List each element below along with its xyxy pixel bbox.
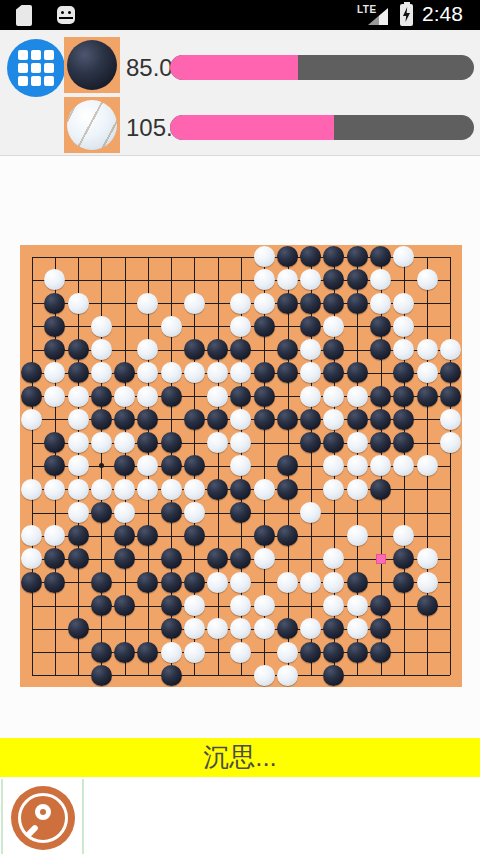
black-stone xyxy=(277,246,298,267)
white-stone xyxy=(68,502,89,523)
white-stone xyxy=(184,502,205,523)
black-stone xyxy=(184,409,205,430)
black-stone xyxy=(91,409,112,430)
black-stone xyxy=(347,362,368,383)
white-stone xyxy=(393,293,414,314)
black-stone xyxy=(393,432,414,453)
black-stone xyxy=(161,502,182,523)
black-stone xyxy=(91,572,112,593)
black-stone xyxy=(91,502,112,523)
black-stone xyxy=(323,246,344,267)
black-stone xyxy=(370,386,391,407)
white-stone xyxy=(44,269,65,290)
engine-status-text: 沉思... xyxy=(203,740,277,775)
white-stone xyxy=(323,409,344,430)
white-stone xyxy=(254,269,275,290)
white-stone xyxy=(393,339,414,360)
white-stone xyxy=(300,618,321,639)
white-stone xyxy=(417,572,438,593)
white-stone xyxy=(323,572,344,593)
white-stone xyxy=(230,432,251,453)
black-stone xyxy=(440,386,461,407)
menu-grid-button[interactable] xyxy=(7,39,65,97)
black-stone xyxy=(277,362,298,383)
white-stone xyxy=(347,432,368,453)
white-stone xyxy=(254,665,275,686)
black-stone xyxy=(207,479,228,500)
white-stone xyxy=(230,618,251,639)
black-stone xyxy=(347,269,368,290)
black-stone xyxy=(277,455,298,476)
black-stone xyxy=(68,339,89,360)
white-stone xyxy=(347,479,368,500)
black-stone xyxy=(417,595,438,616)
black-stone xyxy=(323,432,344,453)
white-stone xyxy=(91,479,112,500)
white-stone xyxy=(137,293,158,314)
white-stone xyxy=(114,502,135,523)
black-stone xyxy=(300,432,321,453)
black-stone xyxy=(68,362,89,383)
network-type-label: LTE xyxy=(357,4,377,15)
search-icon xyxy=(11,786,75,850)
white-stone xyxy=(393,525,414,546)
black-stone xyxy=(44,293,65,314)
black-stone xyxy=(323,665,344,686)
black-stone xyxy=(137,572,158,593)
last-move-marker xyxy=(376,554,386,564)
white-stone xyxy=(370,269,391,290)
white-stone xyxy=(161,479,182,500)
white-stone xyxy=(230,293,251,314)
black-stone xyxy=(370,246,391,267)
black-stone xyxy=(323,362,344,383)
white-stone xyxy=(323,479,344,500)
black-stone xyxy=(68,525,89,546)
black-stone xyxy=(230,386,251,407)
white-stone xyxy=(207,432,228,453)
black-stone xyxy=(393,409,414,430)
white-stone xyxy=(91,432,112,453)
black-stone xyxy=(323,269,344,290)
black-stone xyxy=(114,548,135,569)
white-stone xyxy=(393,316,414,337)
black-stone xyxy=(207,548,228,569)
black-stone xyxy=(137,642,158,663)
white-stone xyxy=(230,595,251,616)
white-stone xyxy=(91,362,112,383)
black-progress-bar xyxy=(170,55,474,80)
black-stone xyxy=(370,595,391,616)
white-stone xyxy=(323,595,344,616)
black-stone xyxy=(137,432,158,453)
black-stone xyxy=(44,339,65,360)
black-stone xyxy=(137,409,158,430)
white-stone xyxy=(300,572,321,593)
black-stone xyxy=(230,548,251,569)
black-stone xyxy=(161,595,182,616)
white-stone xyxy=(277,572,298,593)
white-stone xyxy=(370,455,391,476)
black-progress-fill xyxy=(170,55,298,80)
white-stone xyxy=(230,455,251,476)
black-stone xyxy=(277,479,298,500)
black-stone xyxy=(44,572,65,593)
black-stone xyxy=(370,618,391,639)
black-stone xyxy=(254,525,275,546)
black-stone xyxy=(393,362,414,383)
white-stone xyxy=(347,455,368,476)
black-stone xyxy=(347,409,368,430)
white-stone xyxy=(254,479,275,500)
white-stone xyxy=(254,595,275,616)
black-stone xyxy=(300,246,321,267)
black-stone xyxy=(184,572,205,593)
white-stone xyxy=(68,455,89,476)
black-stone xyxy=(323,293,344,314)
go-board[interactable] xyxy=(20,245,462,687)
white-stone xyxy=(68,386,89,407)
search-button[interactable] xyxy=(1,779,84,854)
black-stone xyxy=(370,339,391,360)
white-stone xyxy=(137,339,158,360)
white-stone xyxy=(277,665,298,686)
white-stone xyxy=(68,432,89,453)
black-stone xyxy=(114,362,135,383)
black-stone xyxy=(161,572,182,593)
black-stone xyxy=(91,595,112,616)
white-stone xyxy=(370,293,391,314)
black-stone xyxy=(68,618,89,639)
black-stone xyxy=(230,479,251,500)
black-stone xyxy=(91,642,112,663)
black-stone xyxy=(323,642,344,663)
black-stone xyxy=(300,293,321,314)
white-stone xyxy=(161,642,182,663)
white-stone xyxy=(347,386,368,407)
black-stone xyxy=(277,339,298,360)
white-stone xyxy=(44,362,65,383)
white-stone xyxy=(254,548,275,569)
board-grid-line xyxy=(450,257,451,676)
white-stone xyxy=(440,432,461,453)
white-stone xyxy=(161,362,182,383)
white-stone xyxy=(68,479,89,500)
black-stone xyxy=(323,618,344,639)
white-stone xyxy=(417,455,438,476)
black-stone xyxy=(300,409,321,430)
white-stone xyxy=(300,502,321,523)
white-stone xyxy=(323,548,344,569)
black-stone xyxy=(207,339,228,360)
black-stone xyxy=(114,642,135,663)
black-stone xyxy=(114,525,135,546)
white-stone xyxy=(21,548,42,569)
white-player-avatar[interactable] xyxy=(64,97,120,153)
black-stone xyxy=(44,455,65,476)
white-stone xyxy=(254,293,275,314)
black-stone xyxy=(300,642,321,663)
black-stone xyxy=(114,455,135,476)
black-stone xyxy=(347,293,368,314)
white-stone xyxy=(91,316,112,337)
black-stone xyxy=(44,316,65,337)
white-stone xyxy=(323,455,344,476)
white-stone xyxy=(68,293,89,314)
white-progress-fill xyxy=(170,115,334,140)
white-stone xyxy=(114,386,135,407)
white-stone xyxy=(230,316,251,337)
white-stone-avatar-image xyxy=(67,100,117,150)
white-stone xyxy=(300,269,321,290)
status-time: 2:48 xyxy=(422,2,463,26)
white-stone xyxy=(230,409,251,430)
black-stone xyxy=(114,409,135,430)
black-stone xyxy=(161,432,182,453)
black-stone xyxy=(370,642,391,663)
black-stone xyxy=(184,339,205,360)
white-stone xyxy=(207,386,228,407)
white-stone xyxy=(393,455,414,476)
white-stone xyxy=(417,548,438,569)
white-stone xyxy=(184,618,205,639)
black-stone xyxy=(277,525,298,546)
white-stone xyxy=(254,246,275,267)
white-stone xyxy=(184,642,205,663)
bottom-toolbar xyxy=(0,777,480,854)
white-stone xyxy=(114,432,135,453)
black-stone xyxy=(21,386,42,407)
white-stone xyxy=(230,572,251,593)
android-icon xyxy=(57,6,75,24)
black-stone xyxy=(254,362,275,383)
black-stone xyxy=(254,409,275,430)
white-stone xyxy=(21,479,42,500)
black-stone xyxy=(161,455,182,476)
white-stone xyxy=(184,479,205,500)
white-stone xyxy=(417,362,438,383)
white-stone xyxy=(323,316,344,337)
hoshi-point xyxy=(99,463,104,468)
white-stone xyxy=(44,525,65,546)
white-stone xyxy=(137,479,158,500)
black-stone xyxy=(21,572,42,593)
white-stone xyxy=(161,316,182,337)
app-screen: LTE 2:48 85.0 105.5 沉思... xyxy=(0,0,480,854)
black-stone xyxy=(161,665,182,686)
black-stone xyxy=(323,339,344,360)
black-stone xyxy=(91,665,112,686)
white-stone xyxy=(393,246,414,267)
white-stone xyxy=(21,525,42,546)
black-stone xyxy=(347,246,368,267)
black-stone xyxy=(184,525,205,546)
black-stone xyxy=(277,409,298,430)
white-stone xyxy=(184,293,205,314)
white-stone xyxy=(347,525,368,546)
black-stone xyxy=(161,618,182,639)
white-stone xyxy=(347,618,368,639)
white-stone xyxy=(277,269,298,290)
white-stone xyxy=(323,386,344,407)
white-stone xyxy=(230,642,251,663)
black-stone xyxy=(300,316,321,337)
sdcard-icon xyxy=(16,5,32,26)
black-stone xyxy=(370,479,391,500)
black-stone xyxy=(393,572,414,593)
black-stone xyxy=(440,362,461,383)
board-grid-line xyxy=(32,536,451,537)
black-stone xyxy=(393,548,414,569)
black-stone xyxy=(277,618,298,639)
white-stone xyxy=(68,409,89,430)
black-stone xyxy=(137,525,158,546)
white-stone xyxy=(207,572,228,593)
black-stone xyxy=(161,386,182,407)
black-stone xyxy=(254,386,275,407)
black-stone xyxy=(44,548,65,569)
black-stone xyxy=(277,293,298,314)
white-stone xyxy=(277,642,298,663)
white-stone xyxy=(347,595,368,616)
black-stone xyxy=(21,362,42,383)
white-stone xyxy=(44,386,65,407)
white-stone xyxy=(440,339,461,360)
white-stone xyxy=(440,409,461,430)
white-stone xyxy=(21,409,42,430)
white-stone xyxy=(114,479,135,500)
black-stone xyxy=(370,432,391,453)
status-bar: LTE 2:48 xyxy=(0,0,480,30)
black-stone xyxy=(254,316,275,337)
black-stone xyxy=(230,502,251,523)
white-stone xyxy=(230,362,251,383)
black-stone xyxy=(347,642,368,663)
black-stone xyxy=(161,548,182,569)
charging-bolt-icon xyxy=(403,7,410,22)
engine-status-bar: 沉思... xyxy=(0,738,480,777)
black-stone xyxy=(68,548,89,569)
white-stone xyxy=(254,618,275,639)
grid-icon xyxy=(18,50,54,86)
white-stone xyxy=(300,339,321,360)
white-stone xyxy=(44,479,65,500)
white-stone xyxy=(417,269,438,290)
white-stone xyxy=(137,362,158,383)
black-stone xyxy=(184,455,205,476)
white-stone xyxy=(137,455,158,476)
black-stone xyxy=(347,572,368,593)
white-stone xyxy=(184,595,205,616)
battery-icon xyxy=(400,4,413,26)
white-stone xyxy=(184,362,205,383)
black-stone xyxy=(370,409,391,430)
white-stone xyxy=(207,618,228,639)
white-stone xyxy=(300,362,321,383)
black-stone xyxy=(44,432,65,453)
black-stone xyxy=(91,386,112,407)
black-stone xyxy=(393,386,414,407)
white-stone xyxy=(91,339,112,360)
black-player-avatar[interactable] xyxy=(64,37,120,93)
black-stone xyxy=(207,409,228,430)
black-stone xyxy=(370,316,391,337)
white-stone xyxy=(417,339,438,360)
white-progress-bar xyxy=(170,115,474,140)
game-header: 85.0 105.5 xyxy=(0,30,480,156)
black-stone xyxy=(417,386,438,407)
black-stone xyxy=(114,595,135,616)
white-stone xyxy=(207,362,228,383)
white-stone xyxy=(137,386,158,407)
black-stone-avatar-image xyxy=(67,40,117,90)
black-stone xyxy=(230,339,251,360)
white-stone xyxy=(300,386,321,407)
